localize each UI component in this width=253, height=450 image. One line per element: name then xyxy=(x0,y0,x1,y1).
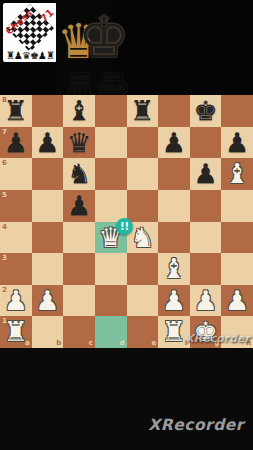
square-a8[interactable]: 8♜ xyxy=(0,95,32,127)
square-a1[interactable]: 1a♜ xyxy=(0,316,32,348)
square-g5[interactable] xyxy=(190,190,222,222)
square-a7[interactable]: 7♟ xyxy=(0,127,32,159)
square-d3[interactable] xyxy=(95,253,127,285)
square-c7[interactable]: ♛ xyxy=(63,127,95,159)
square-c4[interactable] xyxy=(63,222,95,254)
file-label-c: c xyxy=(89,339,93,347)
square-b1[interactable]: b xyxy=(32,316,64,348)
square-g7[interactable] xyxy=(190,127,222,159)
rank-label-3: 3 xyxy=(2,254,7,262)
black-bishop-c8[interactable]: ♝ xyxy=(63,95,95,127)
square-b3[interactable] xyxy=(32,253,64,285)
screen: ♜♟♛♚♟♜ Chess 71 ♛♚ ♛ ♚ 8♜♝♜♚7♟♟♛♟♟6♞♟♝5♟… xyxy=(0,0,253,450)
square-h8[interactable] xyxy=(221,95,253,127)
square-d6[interactable] xyxy=(95,158,127,190)
square-c1[interactable]: c xyxy=(63,316,95,348)
rank-label-5: 5 xyxy=(2,191,7,199)
square-f3[interactable]: ♝ xyxy=(158,253,190,285)
white-rook-a1[interactable]: ♜ xyxy=(0,316,32,348)
square-b2[interactable]: ♟ xyxy=(32,285,64,317)
square-h4[interactable] xyxy=(221,222,253,254)
square-e5[interactable] xyxy=(127,190,159,222)
square-e3[interactable] xyxy=(127,253,159,285)
black-pawn-b7[interactable]: ♟ xyxy=(32,127,64,159)
logo-pieces-silhouette: ♜♟♛♚♟♜ xyxy=(3,51,57,61)
square-h2[interactable]: ♟ xyxy=(221,285,253,317)
square-a3[interactable]: 3 xyxy=(0,253,32,285)
black-pawn-c5[interactable]: ♟ xyxy=(63,190,95,222)
square-f8[interactable] xyxy=(158,95,190,127)
rank-label-4: 4 xyxy=(2,223,7,231)
square-d5[interactable] xyxy=(95,190,127,222)
square-h5[interactable] xyxy=(221,190,253,222)
square-f5[interactable] xyxy=(158,190,190,222)
file-label-e: e xyxy=(151,339,156,347)
brilliant-move-badge: !! xyxy=(116,218,133,235)
square-d2[interactable] xyxy=(95,285,127,317)
square-g4[interactable] xyxy=(190,222,222,254)
white-bishop-f3[interactable]: ♝ xyxy=(158,253,190,285)
square-b4[interactable] xyxy=(32,222,64,254)
white-pawn-h2[interactable]: ♟ xyxy=(221,285,253,317)
black-knight-c6[interactable]: ♞ xyxy=(63,158,95,190)
square-d1[interactable]: d xyxy=(95,316,127,348)
square-h6[interactable]: ♝ xyxy=(221,158,253,190)
square-d7[interactable] xyxy=(95,127,127,159)
square-f2[interactable]: ♟ xyxy=(158,285,190,317)
black-rook-a8[interactable]: ♜ xyxy=(0,95,32,127)
chess-board: 8♜♝♜♚7♟♟♛♟♟6♞♟♝5♟4♛♞3♝2♟♟♟♟♟1a♜bcdef♜g♚h… xyxy=(0,95,253,348)
square-d8[interactable] xyxy=(95,95,127,127)
square-f7[interactable]: ♟ xyxy=(158,127,190,159)
black-pawn-h7[interactable]: ♟ xyxy=(221,127,253,159)
square-c3[interactable] xyxy=(63,253,95,285)
square-e2[interactable] xyxy=(127,285,159,317)
rank-label-6: 6 xyxy=(2,159,7,167)
square-f4[interactable] xyxy=(158,222,190,254)
white-pawn-g2[interactable]: ♟ xyxy=(190,285,222,317)
square-g6[interactable]: ♟ xyxy=(190,158,222,190)
square-e6[interactable] xyxy=(127,158,159,190)
chess-pieces-photo: ♛♚ ♛ ♚ xyxy=(56,0,112,95)
square-b7[interactable]: ♟ xyxy=(32,127,64,159)
white-pawn-b2[interactable]: ♟ xyxy=(32,285,64,317)
square-c8[interactable]: ♝ xyxy=(63,95,95,127)
square-h7[interactable]: ♟ xyxy=(221,127,253,159)
black-king-g8[interactable]: ♚ xyxy=(190,95,222,127)
white-pawn-a2[interactable]: ♟ xyxy=(0,285,32,317)
black-rook-e8[interactable]: ♜ xyxy=(127,95,159,127)
bottom-bar: XRecorder xyxy=(0,348,253,450)
square-b8[interactable] xyxy=(32,95,64,127)
black-king-photo-icon: ♚ xyxy=(78,2,130,72)
black-pawn-f7[interactable]: ♟ xyxy=(158,127,190,159)
board-watermark: XRecorder xyxy=(185,332,250,345)
square-f6[interactable] xyxy=(158,158,190,190)
top-bar: ♜♟♛♚♟♜ Chess 71 ♛♚ ♛ ♚ xyxy=(0,0,253,95)
black-pawn-g6[interactable]: ♟ xyxy=(190,158,222,190)
square-e8[interactable]: ♜ xyxy=(127,95,159,127)
white-pawn-f2[interactable]: ♟ xyxy=(158,285,190,317)
square-h3[interactable] xyxy=(221,253,253,285)
file-label-d: d xyxy=(119,339,124,347)
black-queen-c7[interactable]: ♛ xyxy=(63,127,95,159)
xrecorder-watermark: XRecorder xyxy=(148,416,244,434)
square-a4[interactable]: 4 xyxy=(0,222,32,254)
square-c2[interactable] xyxy=(63,285,95,317)
square-g2[interactable]: ♟ xyxy=(190,285,222,317)
square-c5[interactable]: ♟ xyxy=(63,190,95,222)
square-a2[interactable]: 2♟ xyxy=(0,285,32,317)
square-g3[interactable] xyxy=(190,253,222,285)
white-bishop-h6[interactable]: ♝ xyxy=(221,158,253,190)
square-c6[interactable]: ♞ xyxy=(63,158,95,190)
file-label-b: b xyxy=(56,339,61,347)
square-b6[interactable] xyxy=(32,158,64,190)
black-pawn-a7[interactable]: ♟ xyxy=(0,127,32,159)
square-a5[interactable]: 5 xyxy=(0,190,32,222)
square-b5[interactable] xyxy=(32,190,64,222)
square-g8[interactable]: ♚ xyxy=(190,95,222,127)
channel-logo: ♜♟♛♚♟♜ Chess 71 xyxy=(3,3,57,62)
square-e1[interactable]: e xyxy=(127,316,159,348)
square-e7[interactable] xyxy=(127,127,159,159)
square-a6[interactable]: 6 xyxy=(0,158,32,190)
